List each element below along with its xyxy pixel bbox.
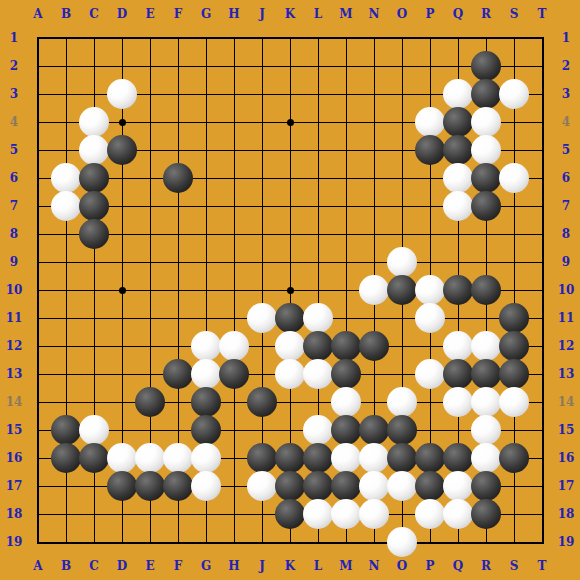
intersection-O4[interactable] — [388, 108, 416, 136]
intersection-G8[interactable] — [192, 220, 220, 248]
intersection-D3[interactable] — [108, 80, 136, 108]
intersection-M11[interactable] — [332, 304, 360, 332]
intersection-F19[interactable] — [164, 528, 192, 556]
intersection-K4[interactable] — [276, 108, 304, 136]
intersection-O15[interactable] — [388, 416, 416, 444]
intersection-O18[interactable] — [388, 500, 416, 528]
intersection-L18[interactable] — [304, 500, 332, 528]
intersection-J18[interactable] — [248, 500, 276, 528]
intersection-T16[interactable] — [528, 444, 556, 472]
intersection-L16[interactable] — [304, 444, 332, 472]
intersection-S18[interactable] — [500, 500, 528, 528]
intersection-T13[interactable] — [528, 360, 556, 388]
intersection-K8[interactable] — [276, 220, 304, 248]
intersection-O12[interactable] — [388, 332, 416, 360]
intersection-T3[interactable] — [528, 80, 556, 108]
intersection-M2[interactable] — [332, 52, 360, 80]
intersection-L7[interactable] — [304, 192, 332, 220]
intersection-C6[interactable] — [80, 164, 108, 192]
intersection-J11[interactable] — [248, 304, 276, 332]
intersection-P10[interactable] — [416, 276, 444, 304]
intersection-K19[interactable] — [276, 528, 304, 556]
intersection-P11[interactable] — [416, 304, 444, 332]
intersection-S9[interactable] — [500, 248, 528, 276]
intersection-T1[interactable] — [528, 24, 556, 52]
intersection-O3[interactable] — [388, 80, 416, 108]
intersection-F6[interactable] — [164, 164, 192, 192]
intersection-R2[interactable] — [472, 52, 500, 80]
intersection-D18[interactable] — [108, 500, 136, 528]
intersection-D17[interactable] — [108, 472, 136, 500]
intersection-P19[interactable] — [416, 528, 444, 556]
intersection-M16[interactable] — [332, 444, 360, 472]
intersection-B15[interactable] — [52, 416, 80, 444]
intersection-B2[interactable] — [52, 52, 80, 80]
intersection-C8[interactable] — [80, 220, 108, 248]
intersection-A14[interactable] — [24, 388, 52, 416]
intersection-Q2[interactable] — [444, 52, 472, 80]
intersection-D19[interactable] — [108, 528, 136, 556]
intersection-L19[interactable] — [304, 528, 332, 556]
intersection-D12[interactable] — [108, 332, 136, 360]
intersection-N19[interactable] — [360, 528, 388, 556]
intersection-R11[interactable] — [472, 304, 500, 332]
intersection-M8[interactable] — [332, 220, 360, 248]
intersection-E17[interactable] — [136, 472, 164, 500]
intersection-S4[interactable] — [500, 108, 528, 136]
intersection-T4[interactable] — [528, 108, 556, 136]
intersection-N3[interactable] — [360, 80, 388, 108]
intersection-R10[interactable] — [472, 276, 500, 304]
intersection-D14[interactable] — [108, 388, 136, 416]
intersection-B7[interactable] — [52, 192, 80, 220]
intersection-D6[interactable] — [108, 164, 136, 192]
intersection-K3[interactable] — [276, 80, 304, 108]
intersection-H16[interactable] — [220, 444, 248, 472]
intersection-P16[interactable] — [416, 444, 444, 472]
intersection-O1[interactable] — [388, 24, 416, 52]
intersection-E14[interactable] — [136, 388, 164, 416]
intersection-E2[interactable] — [136, 52, 164, 80]
intersection-L1[interactable] — [304, 24, 332, 52]
intersection-R4[interactable] — [472, 108, 500, 136]
intersection-P9[interactable] — [416, 248, 444, 276]
intersection-R17[interactable] — [472, 472, 500, 500]
intersection-Q12[interactable] — [444, 332, 472, 360]
intersection-D15[interactable] — [108, 416, 136, 444]
intersection-H1[interactable] — [220, 24, 248, 52]
intersection-G13[interactable] — [192, 360, 220, 388]
intersection-A19[interactable] — [24, 528, 52, 556]
intersection-J13[interactable] — [248, 360, 276, 388]
intersection-B3[interactable] — [52, 80, 80, 108]
intersection-G15[interactable] — [192, 416, 220, 444]
intersection-J2[interactable] — [248, 52, 276, 80]
intersection-E12[interactable] — [136, 332, 164, 360]
intersection-L14[interactable] — [304, 388, 332, 416]
intersection-F12[interactable] — [164, 332, 192, 360]
intersection-M15[interactable] — [332, 416, 360, 444]
intersection-Q5[interactable] — [444, 136, 472, 164]
intersection-M7[interactable] — [332, 192, 360, 220]
intersection-G19[interactable] — [192, 528, 220, 556]
intersection-H15[interactable] — [220, 416, 248, 444]
intersection-N11[interactable] — [360, 304, 388, 332]
intersection-B1[interactable] — [52, 24, 80, 52]
intersection-E6[interactable] — [136, 164, 164, 192]
intersection-P6[interactable] — [416, 164, 444, 192]
intersection-G6[interactable] — [192, 164, 220, 192]
intersection-P2[interactable] — [416, 52, 444, 80]
intersection-H11[interactable] — [220, 304, 248, 332]
intersection-J10[interactable] — [248, 276, 276, 304]
intersection-N18[interactable] — [360, 500, 388, 528]
intersection-N12[interactable] — [360, 332, 388, 360]
intersection-J14[interactable] — [248, 388, 276, 416]
intersection-T17[interactable] — [528, 472, 556, 500]
intersection-B11[interactable] — [52, 304, 80, 332]
intersection-D4[interactable] — [108, 108, 136, 136]
intersection-G1[interactable] — [192, 24, 220, 52]
intersection-R3[interactable] — [472, 80, 500, 108]
intersection-R15[interactable] — [472, 416, 500, 444]
intersection-T14[interactable] — [528, 388, 556, 416]
intersection-S2[interactable] — [500, 52, 528, 80]
intersection-O2[interactable] — [388, 52, 416, 80]
intersection-S15[interactable] — [500, 416, 528, 444]
intersection-K18[interactable] — [276, 500, 304, 528]
intersection-F14[interactable] — [164, 388, 192, 416]
intersection-G17[interactable] — [192, 472, 220, 500]
intersection-M19[interactable] — [332, 528, 360, 556]
intersection-L8[interactable] — [304, 220, 332, 248]
intersection-Q13[interactable] — [444, 360, 472, 388]
intersection-K14[interactable] — [276, 388, 304, 416]
intersection-F9[interactable] — [164, 248, 192, 276]
intersection-O14[interactable] — [388, 388, 416, 416]
intersection-R18[interactable] — [472, 500, 500, 528]
intersection-A6[interactable] — [24, 164, 52, 192]
intersection-R7[interactable] — [472, 192, 500, 220]
intersection-F8[interactable] — [164, 220, 192, 248]
intersection-M3[interactable] — [332, 80, 360, 108]
intersection-S11[interactable] — [500, 304, 528, 332]
intersection-R13[interactable] — [472, 360, 500, 388]
intersection-K9[interactable] — [276, 248, 304, 276]
intersection-N2[interactable] — [360, 52, 388, 80]
intersection-O7[interactable] — [388, 192, 416, 220]
intersection-R5[interactable] — [472, 136, 500, 164]
intersection-M18[interactable] — [332, 500, 360, 528]
intersection-T11[interactable] — [528, 304, 556, 332]
intersection-H18[interactable] — [220, 500, 248, 528]
intersection-A3[interactable] — [24, 80, 52, 108]
intersection-R1[interactable] — [472, 24, 500, 52]
intersection-H6[interactable] — [220, 164, 248, 192]
intersection-G11[interactable] — [192, 304, 220, 332]
intersection-A12[interactable] — [24, 332, 52, 360]
intersection-K6[interactable] — [276, 164, 304, 192]
intersection-G12[interactable] — [192, 332, 220, 360]
intersection-J16[interactable] — [248, 444, 276, 472]
intersection-C10[interactable] — [80, 276, 108, 304]
intersection-D11[interactable] — [108, 304, 136, 332]
intersection-J7[interactable] — [248, 192, 276, 220]
intersection-G16[interactable] — [192, 444, 220, 472]
intersection-G10[interactable] — [192, 276, 220, 304]
intersection-H19[interactable] — [220, 528, 248, 556]
intersection-C16[interactable] — [80, 444, 108, 472]
intersection-E9[interactable] — [136, 248, 164, 276]
intersection-J4[interactable] — [248, 108, 276, 136]
intersection-K12[interactable] — [276, 332, 304, 360]
intersection-N7[interactable] — [360, 192, 388, 220]
intersection-L13[interactable] — [304, 360, 332, 388]
intersection-T8[interactable] — [528, 220, 556, 248]
intersection-R9[interactable] — [472, 248, 500, 276]
intersection-N10[interactable] — [360, 276, 388, 304]
intersection-B16[interactable] — [52, 444, 80, 472]
intersection-J3[interactable] — [248, 80, 276, 108]
intersection-F4[interactable] — [164, 108, 192, 136]
intersection-T2[interactable] — [528, 52, 556, 80]
intersection-L9[interactable] — [304, 248, 332, 276]
intersection-K16[interactable] — [276, 444, 304, 472]
intersection-S12[interactable] — [500, 332, 528, 360]
intersection-B12[interactable] — [52, 332, 80, 360]
intersection-N15[interactable] — [360, 416, 388, 444]
intersection-E5[interactable] — [136, 136, 164, 164]
intersection-K1[interactable] — [276, 24, 304, 52]
intersection-N5[interactable] — [360, 136, 388, 164]
intersection-H13[interactable] — [220, 360, 248, 388]
intersection-Q6[interactable] — [444, 164, 472, 192]
intersection-M6[interactable] — [332, 164, 360, 192]
intersection-S3[interactable] — [500, 80, 528, 108]
intersection-M5[interactable] — [332, 136, 360, 164]
intersection-A18[interactable] — [24, 500, 52, 528]
intersection-B17[interactable] — [52, 472, 80, 500]
intersection-S16[interactable] — [500, 444, 528, 472]
intersection-S17[interactable] — [500, 472, 528, 500]
intersection-Q9[interactable] — [444, 248, 472, 276]
intersection-D16[interactable] — [108, 444, 136, 472]
intersection-A11[interactable] — [24, 304, 52, 332]
intersection-M17[interactable] — [332, 472, 360, 500]
intersection-A15[interactable] — [24, 416, 52, 444]
intersection-C15[interactable] — [80, 416, 108, 444]
intersection-B19[interactable] — [52, 528, 80, 556]
intersection-A5[interactable] — [24, 136, 52, 164]
intersection-E4[interactable] — [136, 108, 164, 136]
intersection-F11[interactable] — [164, 304, 192, 332]
intersection-K7[interactable] — [276, 192, 304, 220]
intersection-O17[interactable] — [388, 472, 416, 500]
intersection-G14[interactable] — [192, 388, 220, 416]
intersection-Q19[interactable] — [444, 528, 472, 556]
intersection-F5[interactable] — [164, 136, 192, 164]
intersection-A13[interactable] — [24, 360, 52, 388]
intersection-T10[interactable] — [528, 276, 556, 304]
intersection-B5[interactable] — [52, 136, 80, 164]
intersection-M13[interactable] — [332, 360, 360, 388]
intersection-O6[interactable] — [388, 164, 416, 192]
intersection-H5[interactable] — [220, 136, 248, 164]
intersection-L10[interactable] — [304, 276, 332, 304]
intersection-H7[interactable] — [220, 192, 248, 220]
intersection-E13[interactable] — [136, 360, 164, 388]
intersection-E1[interactable] — [136, 24, 164, 52]
intersection-R8[interactable] — [472, 220, 500, 248]
intersection-S6[interactable] — [500, 164, 528, 192]
intersection-T5[interactable] — [528, 136, 556, 164]
intersection-Q8[interactable] — [444, 220, 472, 248]
intersection-B18[interactable] — [52, 500, 80, 528]
intersection-G5[interactable] — [192, 136, 220, 164]
intersection-R14[interactable] — [472, 388, 500, 416]
intersection-C17[interactable] — [80, 472, 108, 500]
intersection-N6[interactable] — [360, 164, 388, 192]
intersection-Q1[interactable] — [444, 24, 472, 52]
intersection-M9[interactable] — [332, 248, 360, 276]
intersection-L11[interactable] — [304, 304, 332, 332]
intersection-D9[interactable] — [108, 248, 136, 276]
intersection-L17[interactable] — [304, 472, 332, 500]
intersection-E15[interactable] — [136, 416, 164, 444]
intersection-F16[interactable] — [164, 444, 192, 472]
intersection-J8[interactable] — [248, 220, 276, 248]
intersection-T9[interactable] — [528, 248, 556, 276]
intersection-R6[interactable] — [472, 164, 500, 192]
intersection-R12[interactable] — [472, 332, 500, 360]
intersection-Q11[interactable] — [444, 304, 472, 332]
intersection-D7[interactable] — [108, 192, 136, 220]
intersection-M10[interactable] — [332, 276, 360, 304]
intersection-F15[interactable] — [164, 416, 192, 444]
intersection-F3[interactable] — [164, 80, 192, 108]
intersection-D13[interactable] — [108, 360, 136, 388]
intersection-M12[interactable] — [332, 332, 360, 360]
intersection-P18[interactable] — [416, 500, 444, 528]
intersection-N17[interactable] — [360, 472, 388, 500]
intersection-P1[interactable] — [416, 24, 444, 52]
intersection-E7[interactable] — [136, 192, 164, 220]
intersection-S1[interactable] — [500, 24, 528, 52]
intersection-O5[interactable] — [388, 136, 416, 164]
intersection-C13[interactable] — [80, 360, 108, 388]
intersection-F1[interactable] — [164, 24, 192, 52]
intersection-P13[interactable] — [416, 360, 444, 388]
intersection-B9[interactable] — [52, 248, 80, 276]
intersection-D5[interactable] — [108, 136, 136, 164]
intersection-K5[interactable] — [276, 136, 304, 164]
intersection-H4[interactable] — [220, 108, 248, 136]
intersection-C1[interactable] — [80, 24, 108, 52]
intersection-A9[interactable] — [24, 248, 52, 276]
intersection-J19[interactable] — [248, 528, 276, 556]
intersection-J17[interactable] — [248, 472, 276, 500]
intersection-F2[interactable] — [164, 52, 192, 80]
intersection-B4[interactable] — [52, 108, 80, 136]
intersection-K2[interactable] — [276, 52, 304, 80]
intersection-A8[interactable] — [24, 220, 52, 248]
intersection-O10[interactable] — [388, 276, 416, 304]
intersection-S8[interactable] — [500, 220, 528, 248]
intersection-B8[interactable] — [52, 220, 80, 248]
intersection-N1[interactable] — [360, 24, 388, 52]
intersection-P7[interactable] — [416, 192, 444, 220]
intersection-O19[interactable] — [388, 528, 416, 556]
intersection-Q7[interactable] — [444, 192, 472, 220]
intersection-K10[interactable] — [276, 276, 304, 304]
intersection-N8[interactable] — [360, 220, 388, 248]
intersection-S7[interactable] — [500, 192, 528, 220]
intersection-D2[interactable] — [108, 52, 136, 80]
intersection-T7[interactable] — [528, 192, 556, 220]
intersection-H8[interactable] — [220, 220, 248, 248]
intersection-B14[interactable] — [52, 388, 80, 416]
intersection-G2[interactable] — [192, 52, 220, 80]
intersection-O11[interactable] — [388, 304, 416, 332]
intersection-E19[interactable] — [136, 528, 164, 556]
intersection-K15[interactable] — [276, 416, 304, 444]
intersection-O9[interactable] — [388, 248, 416, 276]
intersection-B10[interactable] — [52, 276, 80, 304]
intersection-B13[interactable] — [52, 360, 80, 388]
intersection-Q17[interactable] — [444, 472, 472, 500]
intersection-H3[interactable] — [220, 80, 248, 108]
intersection-P12[interactable] — [416, 332, 444, 360]
intersection-C2[interactable] — [80, 52, 108, 80]
intersection-Q16[interactable] — [444, 444, 472, 472]
intersection-E3[interactable] — [136, 80, 164, 108]
intersection-L3[interactable] — [304, 80, 332, 108]
intersection-F18[interactable] — [164, 500, 192, 528]
intersection-N9[interactable] — [360, 248, 388, 276]
intersection-E10[interactable] — [136, 276, 164, 304]
intersection-S5[interactable] — [500, 136, 528, 164]
intersection-T6[interactable] — [528, 164, 556, 192]
intersection-L15[interactable] — [304, 416, 332, 444]
intersection-R16[interactable] — [472, 444, 500, 472]
intersection-N4[interactable] — [360, 108, 388, 136]
intersection-C9[interactable] — [80, 248, 108, 276]
intersection-N13[interactable] — [360, 360, 388, 388]
intersection-K11[interactable] — [276, 304, 304, 332]
intersection-K13[interactable] — [276, 360, 304, 388]
intersection-L12[interactable] — [304, 332, 332, 360]
intersection-J6[interactable] — [248, 164, 276, 192]
intersection-S13[interactable] — [500, 360, 528, 388]
intersection-A4[interactable] — [24, 108, 52, 136]
intersection-B6[interactable] — [52, 164, 80, 192]
intersection-L4[interactable] — [304, 108, 332, 136]
intersection-J12[interactable] — [248, 332, 276, 360]
intersection-P14[interactable] — [416, 388, 444, 416]
intersection-E8[interactable] — [136, 220, 164, 248]
intersection-J5[interactable] — [248, 136, 276, 164]
intersection-E18[interactable] — [136, 500, 164, 528]
intersection-T15[interactable] — [528, 416, 556, 444]
intersection-E16[interactable] — [136, 444, 164, 472]
intersection-A7[interactable] — [24, 192, 52, 220]
intersection-H10[interactable] — [220, 276, 248, 304]
intersection-A2[interactable] — [24, 52, 52, 80]
intersection-H14[interactable] — [220, 388, 248, 416]
intersection-C14[interactable] — [80, 388, 108, 416]
intersection-P17[interactable] — [416, 472, 444, 500]
intersection-F10[interactable] — [164, 276, 192, 304]
